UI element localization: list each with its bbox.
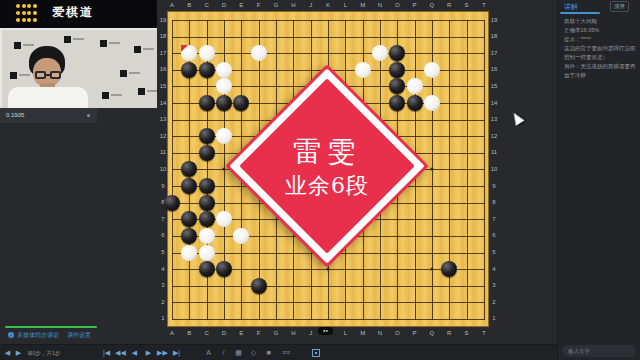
bottom-links: ✓多媒体同步课堂课件设置 [8,331,99,340]
coord-label: P [409,330,421,336]
coord-label: K [322,2,334,8]
stone-white-C6 [199,228,215,244]
tab-underline [560,12,600,14]
coord-label: 13 [488,116,500,122]
coord-label: 5 [157,249,169,255]
next-move-button[interactable]: ▶ [142,348,155,358]
backdrop-logo-icon [10,72,17,79]
coord-label: 7 [488,216,500,222]
coord-label: F [253,330,265,336]
backdrop-logo-text [23,44,34,46]
coord-label: 2 [488,299,500,305]
backdrop-logo-icon [64,36,71,43]
clear-screen-button[interactable]: 清屏 [610,1,629,12]
chat-input[interactable] [562,345,636,357]
coord-label: E [235,330,247,336]
coord-label: 14 [488,100,500,106]
stone-white-D7 [216,211,232,227]
stone-tool[interactable]: ■ [262,348,275,358]
teacher-webcam [0,28,157,108]
coord-label: L [339,2,351,8]
logo-dot [22,4,26,8]
star-point [430,268,433,271]
coord-label: 11 [488,149,500,155]
backdrop-logo-text [111,94,122,96]
stone-black-C11 [199,145,215,161]
coord-label: 11 [157,149,169,155]
star-point [326,268,329,271]
stone-black-B10 [181,161,197,177]
backdrop-logo-text [109,42,120,44]
bottom-link[interactable]: 多媒体同步课堂 [17,331,59,340]
logo-dot [22,18,26,22]
coord-label: J [305,330,317,336]
coord-label: 19 [488,17,500,23]
stone-black-D4 [216,261,232,277]
move-marker-triangle [181,45,188,52]
logo-dot [16,18,20,22]
coord-label: B [183,2,195,8]
coord-label: P [409,2,421,8]
stone-black-A8 [164,195,180,211]
coord-label: Q [426,2,438,8]
coord-label: G [270,2,282,8]
backdrop-logo-text [129,72,140,74]
label-tool[interactable]: A [202,348,215,358]
player-name: 雷雯 [247,134,407,170]
backdrop-logo-icon [14,42,21,49]
coord-label: 5 [488,249,500,255]
commentary-line: 想到一样要改进） [564,53,638,62]
stone-black-B9 [181,178,197,194]
logo-dot [33,11,37,15]
step-counter: 第0步，共1步 [27,350,61,357]
stone-white-P15 [407,78,423,94]
grid-line [172,319,485,320]
stone-white-C17 [199,45,215,61]
stone-black-C14 [199,95,215,111]
logo-dot [27,4,31,8]
coord-label: 18 [157,33,169,39]
stone-white-Q16 [424,62,440,78]
logo-dot [27,11,31,15]
stone-black-C8 [199,195,215,211]
logo-bar: 爱棋道 · · · · · · · · [0,0,157,28]
fullscreen-button[interactable] [312,349,320,357]
prev-move-button[interactable]: ◀ [128,348,141,358]
backdrop-logo-icon [120,70,127,77]
coord-label: N [374,330,386,336]
backdrop-logo-text [143,48,154,50]
logo-dot [33,4,37,8]
coord-label: 17 [488,50,500,56]
coord-label: 4 [157,266,169,272]
coord-label: H [287,2,299,8]
coord-label: O [391,330,403,336]
coord-label: C [201,2,213,8]
coord-label: 9 [157,183,169,189]
stone-white-D12 [216,128,232,144]
coord-label: 16 [488,66,500,72]
coord-label: S [461,330,473,336]
coord-label: 1 [488,315,500,321]
player-rank: 业余6段 [247,170,407,202]
stone-black-O15 [389,78,405,94]
coord-label: S [461,2,473,8]
tab-commentary[interactable]: 讲解 [564,2,578,12]
stone-black-C9 [199,178,215,194]
glasses-right [50,71,61,79]
backdrop-logo-icon [138,88,145,95]
coord-label: T [478,330,490,336]
coord-label: A [166,2,178,8]
capture-badge: ●● [318,327,333,335]
backdrop-logo-icon [100,40,107,47]
sequence-tool[interactable]: ≡≡ [277,348,295,358]
coord-label: 7 [157,216,169,222]
grid-line [484,20,485,320]
stone-black-O16 [389,62,405,78]
stone-white-B5 [181,245,197,261]
coord-label: F [253,2,265,8]
stone-white-Q14 [424,95,440,111]
stone-black-B7 [181,211,197,227]
line-tool[interactable]: / [217,348,230,358]
coord-label: H [287,330,299,336]
coord-label: 6 [157,232,169,238]
forward-button[interactable]: ▶▶ [156,348,169,358]
stone-white-N17 [372,45,388,61]
coord-label: G [270,330,282,336]
coord-label: 8 [488,199,500,205]
commentary-line: 正确率19.05% [564,26,638,35]
stone-black-C7 [199,211,215,227]
logo-subtext: · · · · · · · · [53,19,86,24]
coord-label: M [357,2,369,8]
backdrop-logo-text [19,74,30,76]
coord-label: 19 [157,17,169,23]
coord-label: 15 [157,83,169,89]
commentary-sidebar: 讲解 清屏 黑棋十大回顾正确率19.05%提示：*****这边的官子要如何选择打… [557,0,640,360]
coord-label: D [218,330,230,336]
coord-label: R [443,2,455,8]
stone-white-E6 [233,228,249,244]
coord-label: 3 [488,282,500,288]
coord-label: T [478,2,490,8]
grid-line [172,286,485,287]
stone-black-C12 [199,128,215,144]
commentary-line: 黑棋十大回顾 [564,17,638,26]
glasses-left [35,71,46,79]
logo-dot [27,18,31,22]
grid-line [172,302,485,303]
coord-label: 13 [157,116,169,122]
commentary-line: 放于冷静 [564,71,638,80]
grid-tool[interactable]: ▦ [232,348,245,358]
coord-label: 9 [488,183,500,189]
coord-label: 16 [157,66,169,72]
backdrop-logo-text [73,38,84,40]
coord-label: 4 [488,266,500,272]
glasses-bridge [46,74,50,76]
commentary-line: 这边的官子要如何选择打法呢（要 [564,44,638,53]
stone-black-C4 [199,261,215,277]
coord-label: 3 [157,282,169,288]
coord-label: E [235,2,247,8]
stone-black-F3 [251,278,267,294]
logo-dot [16,11,20,15]
coord-label: 12 [488,133,500,139]
score-dot-icon [87,114,90,117]
stone-white-D15 [216,78,232,94]
stone-white-D16 [216,62,232,78]
stone-black-O14 [389,95,405,111]
name-card-text: 雷雯 业余6段 [247,134,407,202]
coord-label: D [218,2,230,8]
stone-white-F17 [251,45,267,61]
coord-label: 6 [488,232,500,238]
logo-dot [16,4,20,8]
coord-label: 14 [157,100,169,106]
stone-black-C16 [199,62,215,78]
coord-label: L [339,330,351,336]
step-forward-button[interactable]: ▶ [12,348,25,358]
shape-tool[interactable]: ◇ [247,348,260,358]
grid-line [467,20,468,320]
logo-dot [22,11,26,15]
stone-black-R4 [441,261,457,277]
coord-label: 1 [157,315,169,321]
coord-label: 12 [157,133,169,139]
stone-white-M16 [355,62,371,78]
star-point [430,168,433,171]
commentary-line: 提示：***** [564,35,638,44]
stone-black-D14 [216,95,232,111]
bottom-toolbar: ◀ ▶ 第0步，共1步 |◀◀◀◀▶▶▶▶| A/▦◇■≡≡ [0,344,557,360]
coord-label: R [443,330,455,336]
first-move-button[interactable]: |◀ [100,348,113,358]
commentary-text: 黑棋十大回顾正确率19.05%提示：*****这边的官子要如何选择打法呢（要想到… [564,17,638,80]
score-panel: 0.1905 [0,108,97,123]
stone-black-P14 [407,95,423,111]
rewind-button[interactable]: ◀◀ [114,348,127,358]
logo-dot [33,18,37,22]
coord-label: 15 [488,83,500,89]
app-window: 爱棋道 · · · · · · · · 0.1905 AA1919BB1818C… [0,0,640,360]
commentary-line: 另外：无法逃脱的黑棋需要再 [564,62,638,71]
coord-label: B [183,330,195,336]
coord-label: C [201,330,213,336]
logo-dots-icon [16,4,40,24]
star-point [222,168,225,171]
coord-label: M [357,330,369,336]
coord-label: N [374,2,386,8]
bottom-link[interactable]: 课件设置 [67,331,91,340]
backdrop-logo-icon [134,46,141,53]
coord-label: O [391,2,403,8]
coord-label: 18 [488,33,500,39]
stone-black-B16 [181,62,197,78]
score-value: 0.1905 [6,112,24,118]
coord-label: Q [426,330,438,336]
coord-label: 2 [157,299,169,305]
backdrop-logo-text [147,90,157,92]
stone-black-B6 [181,228,197,244]
coord-label: 10 [488,166,500,172]
stone-black-O17 [389,45,405,61]
coord-label: 10 [157,166,169,172]
stone-white-C5 [199,245,215,261]
coord-label: J [305,2,317,8]
coord-label: A [166,330,178,336]
last-move-button[interactable]: ▶| [170,348,183,358]
person-shirt [8,87,88,108]
backdrop-logo-icon [102,92,109,99]
coord-label: 17 [157,50,169,56]
link-check-icon: ✓ [8,332,14,338]
stone-black-E14 [233,95,249,111]
progress-bar [5,326,97,328]
